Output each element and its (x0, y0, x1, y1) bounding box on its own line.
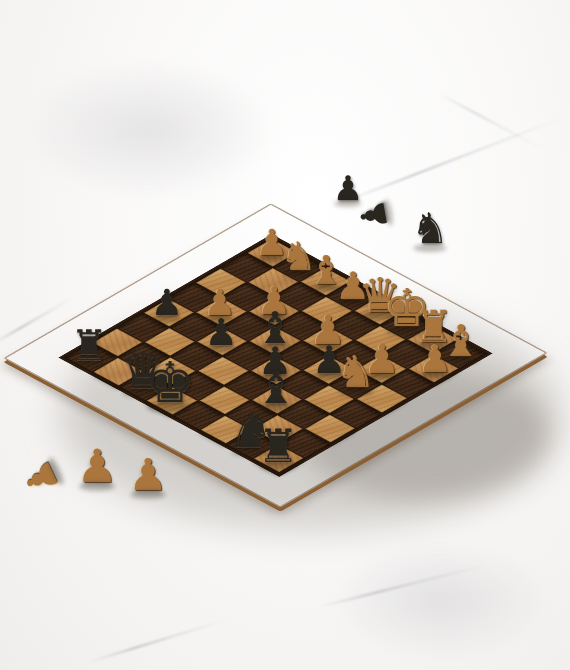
white-pawn-off-standing-1: ♟ (76, 443, 117, 489)
black-rook-a8: ♜ (70, 325, 108, 367)
white-pawn-off-standing-2: ♟ (128, 453, 167, 497)
black-pawn-a5: ♟ (151, 285, 183, 321)
marble-surface: ♟♞♝♟♛♚♜♝♟♟♟♟♟♞♜♛♚♟♟♝♟♟♝♞♜♟♟♞♟♟♟ (0, 0, 570, 670)
white-knight-g4: ♞ (336, 350, 375, 394)
black-pawn-c5: ♟ (204, 314, 237, 351)
white-pawn-off-lying: ♟ (16, 455, 65, 502)
black-pawn-off-lying: ♟ (354, 197, 393, 233)
black-king-d8: ♚ (145, 355, 195, 411)
black-rook-h8: ♜ (257, 423, 298, 469)
black-pawn-off-standing: ♟ (333, 171, 363, 205)
pieces-layer: ♟♞♝♟♛♚♜♝♟♟♟♟♟♞♜♛♚♟♟♝♟♟♝♞♜♟♟♞♟♟♟ (0, 0, 570, 670)
black-knight-off-standing: ♞ (411, 208, 449, 250)
white-pawn-h2: ♟ (418, 340, 452, 378)
